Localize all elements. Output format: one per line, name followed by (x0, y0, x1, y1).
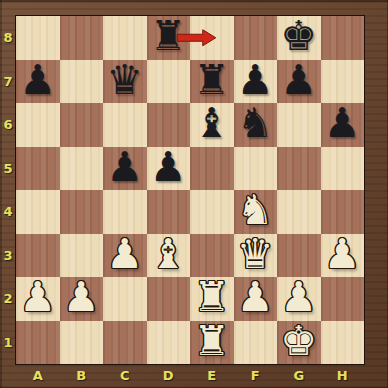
square-h2[interactable] (321, 277, 365, 321)
piece-black-pawn-f7: ♟ (237, 59, 274, 103)
square-e3[interactable] (190, 234, 234, 278)
file-label-g: G (277, 364, 321, 386)
square-g4[interactable] (277, 190, 321, 234)
square-f4[interactable]: ♞ (234, 190, 278, 234)
rank-label-4: 4 (0, 190, 16, 234)
square-a4[interactable] (16, 190, 60, 234)
square-a7[interactable]: ♟ (16, 60, 60, 104)
rank-label-6: 6 (0, 103, 16, 147)
rank-label-2: 2 (0, 277, 16, 321)
piece-black-bishop-e6: ♝ (193, 102, 230, 146)
square-h8[interactable] (321, 16, 365, 60)
file-label-d: D (147, 364, 191, 386)
square-e7[interactable]: ♜ (190, 60, 234, 104)
square-h6[interactable]: ♟ (321, 103, 365, 147)
square-d3[interactable]: ♝ (147, 234, 191, 278)
square-d8[interactable]: ♜ (147, 16, 191, 60)
square-d1[interactable] (147, 321, 191, 365)
file-label-a: A (16, 364, 60, 386)
square-a5[interactable] (16, 147, 60, 191)
square-e8[interactable] (190, 16, 234, 60)
square-a8[interactable] (16, 16, 60, 60)
file-labels: ABCDEFGH (16, 364, 364, 386)
piece-black-queen-c7: ♛ (106, 59, 143, 103)
square-b5[interactable] (60, 147, 104, 191)
square-f3[interactable]: ♛ (234, 234, 278, 278)
square-a3[interactable] (16, 234, 60, 278)
square-f5[interactable] (234, 147, 278, 191)
square-b6[interactable] (60, 103, 104, 147)
square-e5[interactable] (190, 147, 234, 191)
piece-white-pawn-c3: ♟ (106, 233, 143, 277)
square-c2[interactable] (103, 277, 147, 321)
square-h4[interactable] (321, 190, 365, 234)
piece-black-pawn-g7: ♟ (280, 59, 317, 103)
piece-white-knight-f4: ♞ (237, 189, 274, 233)
square-g6[interactable] (277, 103, 321, 147)
square-g3[interactable] (277, 234, 321, 278)
square-f2[interactable]: ♟ (234, 277, 278, 321)
piece-white-pawn-b2: ♟ (63, 276, 100, 320)
square-b1[interactable] (60, 321, 104, 365)
square-e4[interactable] (190, 190, 234, 234)
square-a1[interactable] (16, 321, 60, 365)
piece-white-queen-f3: ♛ (237, 233, 274, 277)
square-g1[interactable]: ♚ (277, 321, 321, 365)
piece-black-knight-f6: ♞ (237, 102, 274, 146)
file-label-e: E (190, 364, 234, 386)
board-grid: ♜♚♟♛♜♟♟♝♞♟♟♟♞♟♝♛♟♟♟♜♟♟♜♚ (16, 16, 364, 364)
piece-white-pawn-f2: ♟ (237, 276, 274, 320)
piece-black-pawn-a7: ♟ (19, 59, 56, 103)
piece-white-bishop-d3: ♝ (150, 233, 187, 277)
square-g8[interactable]: ♚ (277, 16, 321, 60)
square-h3[interactable]: ♟ (321, 234, 365, 278)
piece-black-pawn-h6: ♟ (324, 102, 361, 146)
piece-black-pawn-c5: ♟ (106, 146, 143, 190)
square-d4[interactable] (147, 190, 191, 234)
square-b7[interactable] (60, 60, 104, 104)
square-g2[interactable]: ♟ (277, 277, 321, 321)
square-h7[interactable] (321, 60, 365, 104)
square-c5[interactable]: ♟ (103, 147, 147, 191)
file-label-h: H (321, 364, 365, 386)
file-label-b: B (60, 364, 104, 386)
chess-board-frame: 87654321 ♜♚♟♛♜♟♟♝♞♟♟♟♞♟♝♛♟♟♟♜♟♟♜♚ ABCDEF… (0, 0, 388, 388)
piece-white-pawn-a2: ♟ (19, 276, 56, 320)
piece-black-pawn-d5: ♟ (150, 146, 187, 190)
square-c4[interactable] (103, 190, 147, 234)
square-h1[interactable] (321, 321, 365, 365)
square-b4[interactable] (60, 190, 104, 234)
piece-black-rook-e7: ♜ (193, 59, 230, 103)
rank-label-7: 7 (0, 60, 16, 104)
rank-label-1: 1 (0, 321, 16, 365)
piece-white-pawn-h3: ♟ (324, 233, 361, 277)
piece-white-rook-e2: ♜ (193, 276, 230, 320)
square-d6[interactable] (147, 103, 191, 147)
square-e2[interactable]: ♜ (190, 277, 234, 321)
square-b8[interactable] (60, 16, 104, 60)
piece-white-king-g1: ♚ (280, 320, 317, 364)
square-f1[interactable] (234, 321, 278, 365)
rank-label-8: 8 (0, 16, 16, 60)
piece-black-rook-d8: ♜ (150, 15, 187, 59)
square-d7[interactable] (147, 60, 191, 104)
file-label-f: F (234, 364, 278, 386)
square-a2[interactable]: ♟ (16, 277, 60, 321)
square-c3[interactable]: ♟ (103, 234, 147, 278)
piece-white-pawn-g2: ♟ (280, 276, 317, 320)
square-c8[interactable] (103, 16, 147, 60)
square-f6[interactable]: ♞ (234, 103, 278, 147)
square-d2[interactable] (147, 277, 191, 321)
square-a6[interactable] (16, 103, 60, 147)
rank-label-3: 3 (0, 234, 16, 278)
square-b2[interactable]: ♟ (60, 277, 104, 321)
rank-label-5: 5 (0, 147, 16, 191)
square-c7[interactable]: ♛ (103, 60, 147, 104)
square-g7[interactable]: ♟ (277, 60, 321, 104)
square-c1[interactable] (103, 321, 147, 365)
square-b3[interactable] (60, 234, 104, 278)
square-e1[interactable]: ♜ (190, 321, 234, 365)
square-g5[interactable] (277, 147, 321, 191)
square-d5[interactable]: ♟ (147, 147, 191, 191)
square-c6[interactable] (103, 103, 147, 147)
piece-black-king-g8: ♚ (280, 15, 317, 59)
piece-white-rook-e1: ♜ (193, 320, 230, 364)
file-label-c: C (103, 364, 147, 386)
square-h5[interactable] (321, 147, 365, 191)
square-e6[interactable]: ♝ (190, 103, 234, 147)
rank-labels: 87654321 (0, 16, 16, 364)
square-f8[interactable] (234, 16, 278, 60)
square-f7[interactable]: ♟ (234, 60, 278, 104)
